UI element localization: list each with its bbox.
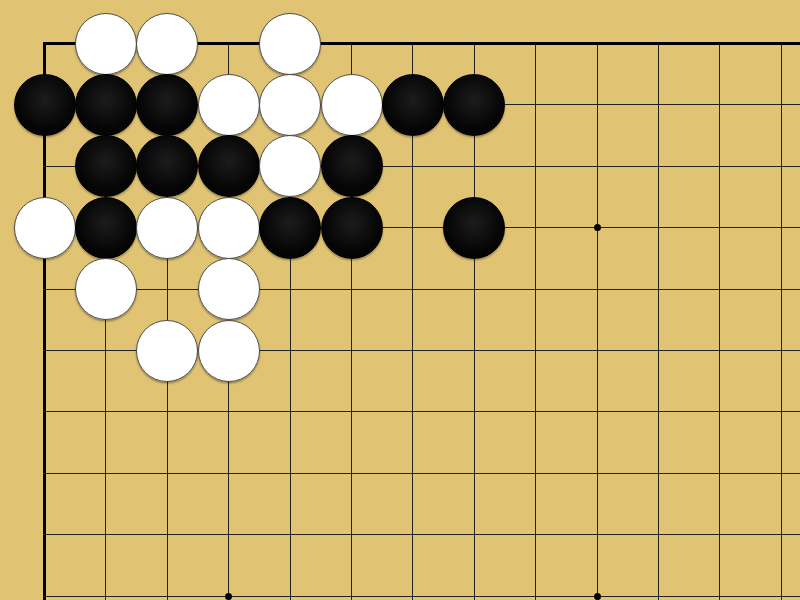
white-stone[interactable] — [198, 320, 260, 382]
black-stone[interactable] — [198, 135, 260, 197]
white-stone[interactable] — [136, 320, 198, 382]
black-stone[interactable] — [382, 74, 444, 136]
white-stone[interactable] — [14, 197, 76, 259]
black-stone[interactable] — [14, 74, 76, 136]
black-stone[interactable] — [75, 197, 137, 259]
white-stone[interactable] — [75, 258, 137, 320]
black-stone[interactable] — [259, 197, 321, 259]
white-stone[interactable] — [321, 74, 383, 136]
black-stone[interactable] — [136, 74, 198, 136]
black-stone[interactable] — [136, 135, 198, 197]
black-stone[interactable] — [321, 135, 383, 197]
go-board[interactable] — [0, 0, 800, 600]
stones-layer — [0, 0, 800, 600]
white-stone[interactable] — [259, 13, 321, 75]
white-stone[interactable] — [198, 74, 260, 136]
black-stone[interactable] — [75, 74, 137, 136]
black-stone[interactable] — [443, 197, 505, 259]
white-stone[interactable] — [198, 258, 260, 320]
white-stone[interactable] — [136, 197, 198, 259]
black-stone[interactable] — [321, 197, 383, 259]
black-stone[interactable] — [443, 74, 505, 136]
screenshot-root — [0, 0, 800, 600]
white-stone[interactable] — [136, 13, 198, 75]
white-stone[interactable] — [198, 197, 260, 259]
black-stone[interactable] — [75, 135, 137, 197]
white-stone[interactable] — [259, 135, 321, 197]
white-stone[interactable] — [75, 13, 137, 75]
white-stone[interactable] — [259, 74, 321, 136]
